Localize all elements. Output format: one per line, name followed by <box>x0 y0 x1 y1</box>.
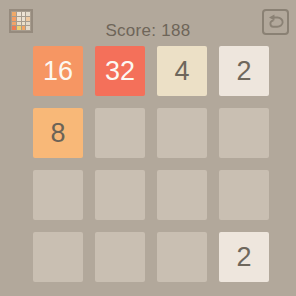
logo-mini-cell <box>12 17 16 21</box>
empty-cell-r3c1 <box>33 170 83 220</box>
tile-2-r1c4: 2 <box>219 46 269 96</box>
empty-cell-r4c3 <box>157 232 207 282</box>
logo-mini-cell <box>17 12 21 16</box>
logo-mini-cell <box>22 17 26 21</box>
top-bar: Score: 188 <box>0 0 296 46</box>
logo-mini-cell <box>22 12 26 16</box>
game-board[interactable]: 16324282 <box>33 46 269 282</box>
tile-8-r2c1: 8 <box>33 108 83 158</box>
logo-mini-cell <box>17 17 21 21</box>
logo-mini-cell <box>12 12 16 16</box>
tile-2-r4c4: 2 <box>219 232 269 282</box>
logo-mini-cell <box>26 17 30 21</box>
tile-32-r1c2: 32 <box>95 46 145 96</box>
empty-cell-r3c3 <box>157 170 207 220</box>
empty-cell-r2c3 <box>157 108 207 158</box>
empty-cell-r4c2 <box>95 232 145 282</box>
empty-cell-r2c2 <box>95 108 145 158</box>
empty-cell-r4c1 <box>33 232 83 282</box>
undo-button[interactable] <box>262 9 289 35</box>
tile-16-r1c1: 16 <box>33 46 83 96</box>
app-screen: Score: 188 16324282 <box>0 0 296 296</box>
empty-cell-r3c2 <box>95 170 145 220</box>
undo-arrow-icon <box>266 14 285 31</box>
empty-cell-r3c4 <box>219 170 269 220</box>
logo-mini-cell <box>26 12 30 16</box>
score-label: Score: 188 <box>0 21 296 41</box>
empty-cell-r2c4 <box>219 108 269 158</box>
tile-4-r1c3: 4 <box>157 46 207 96</box>
